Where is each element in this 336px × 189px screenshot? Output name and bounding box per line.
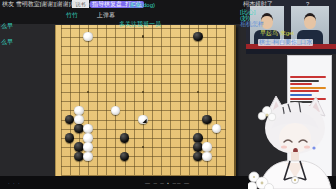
stone-black-C6 (74, 124, 83, 133)
stone-black-C3 (74, 152, 83, 161)
stone-white-C8 (74, 106, 83, 115)
last-move-marker (142, 119, 147, 124)
chat-camera: 相机怎样 (240, 21, 264, 28)
rank-row (290, 80, 319, 82)
chat-edge-tag-top: 么早 (1, 23, 13, 30)
stone-black-Q3 (193, 152, 202, 161)
bottom-ticker: — ─ ─ ▪ ── — (145, 180, 190, 186)
stream-stage: 棋友 雪明教室[谢谢][谢谢]相机～心的笑 没礼貌 指导棋复盘_打C位 谢谢(d… (0, 0, 336, 189)
stone-black-C4 (74, 142, 83, 151)
stone-white-K7 (138, 115, 147, 124)
stone-white-D5 (83, 133, 92, 142)
chat-edge-tag-bottom: 么早 (1, 39, 13, 46)
rank-row (290, 87, 326, 89)
brooch-center (294, 179, 296, 181)
stone-black-B7 (65, 115, 74, 124)
chat-zhuzhu: 竹竹 (66, 12, 78, 19)
blush-right (304, 145, 310, 148)
stone-white-S6 (212, 124, 221, 133)
stone-white-R3 (202, 152, 211, 161)
stone-white-G8 (111, 106, 120, 115)
vtuber-avatar (248, 95, 336, 189)
danmu-toggle-label: 上弹幕 (97, 12, 115, 19)
chat-earlybird: 早起鸟 来get (260, 30, 294, 37)
stone-white-D3 (83, 152, 92, 161)
stone-black-B5 (65, 133, 74, 142)
stone-white-R4 (202, 142, 211, 151)
stone-black-Q4 (193, 142, 202, 151)
stone-black-H3 (120, 152, 129, 161)
rank-row (290, 83, 312, 85)
player-right-face (304, 13, 316, 29)
stone-white-D4 (83, 142, 92, 151)
rank-row (290, 90, 319, 92)
chat-question: ? (306, 1, 309, 8)
broadcast-caption-bar (246, 49, 336, 54)
bottom-left-marks: · · · (8, 180, 21, 186)
chat-timeout: 柯杰超时了 (243, 1, 273, 8)
chat-message-2: 谢谢(dog) (129, 2, 155, 9)
stone-white-D16 (83, 32, 92, 41)
stone-black-H5 (120, 133, 129, 142)
blush-left (281, 145, 287, 148)
stone-black-Q16 (193, 32, 202, 41)
stone-black-R7 (202, 115, 211, 124)
rank-row (290, 76, 326, 78)
chat-follow-text: 多关注我哥一员 (119, 21, 161, 28)
earring (312, 146, 315, 149)
stone-white-D6 (83, 124, 92, 133)
stone-white-C7 (74, 115, 83, 124)
chat-username: 棋士·柯自要你_口水 (258, 39, 313, 46)
stone-black-Q5 (193, 133, 202, 142)
go-board (55, 25, 236, 177)
